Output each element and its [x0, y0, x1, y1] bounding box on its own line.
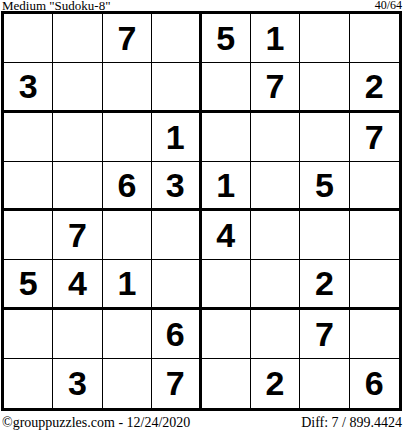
cell-r3c1[interactable]: [4, 113, 53, 162]
cell-r6c5[interactable]: [202, 260, 251, 309]
cell-r5c6[interactable]: [251, 211, 300, 260]
cell-r8c1[interactable]: [4, 359, 53, 408]
sudoku-page: Medium "Sudoku-8" 40/64 7513721763157454…: [0, 0, 403, 437]
cell-r2c6: 7: [251, 63, 300, 112]
cell-r1c1[interactable]: [4, 14, 53, 63]
cell-r1c8[interactable]: [350, 14, 399, 63]
cell-r2c4[interactable]: [152, 63, 201, 112]
cell-r7c2[interactable]: [53, 310, 102, 359]
sudoku-board: 751372176315745412673726: [1, 11, 402, 411]
cell-r6c7: 2: [300, 260, 349, 309]
cell-r8c8: 6: [350, 359, 399, 408]
cell-r5c1[interactable]: [4, 211, 53, 260]
cell-r3c7[interactable]: [300, 113, 349, 162]
cell-r2c7[interactable]: [300, 63, 349, 112]
cell-r3c2[interactable]: [53, 113, 102, 162]
cell-r6c1: 5: [4, 260, 53, 309]
cell-r3c4: 1: [152, 113, 201, 162]
cell-r1c6: 1: [251, 14, 300, 63]
cell-r2c8: 2: [350, 63, 399, 112]
cell-r7c8[interactable]: [350, 310, 399, 359]
cell-r7c6[interactable]: [251, 310, 300, 359]
cell-r3c5[interactable]: [202, 113, 251, 162]
cell-r4c6[interactable]: [251, 162, 300, 211]
cell-r7c5[interactable]: [202, 310, 251, 359]
cell-r1c5: 5: [202, 14, 251, 63]
cell-r4c8[interactable]: [350, 162, 399, 211]
cell-r1c4[interactable]: [152, 14, 201, 63]
cell-r6c2: 4: [53, 260, 102, 309]
cell-r6c4[interactable]: [152, 260, 201, 309]
cell-r5c4[interactable]: [152, 211, 201, 260]
cell-r6c8[interactable]: [350, 260, 399, 309]
cell-r1c2[interactable]: [53, 14, 102, 63]
cell-r8c5[interactable]: [202, 359, 251, 408]
cell-r2c3[interactable]: [103, 63, 152, 112]
cell-r3c3[interactable]: [103, 113, 152, 162]
copyright-text: ©grouppuzzles.com - 12/24/2020: [2, 415, 190, 431]
difficulty-text: Diff: 7 / 899.4424: [301, 415, 402, 431]
cell-r5c5: 4: [202, 211, 251, 260]
cell-r3c6[interactable]: [251, 113, 300, 162]
cell-r4c7: 5: [300, 162, 349, 211]
cell-r7c3[interactable]: [103, 310, 152, 359]
cell-r4c1[interactable]: [4, 162, 53, 211]
cell-r5c8[interactable]: [350, 211, 399, 260]
cell-r4c2[interactable]: [53, 162, 102, 211]
cell-r7c1[interactable]: [4, 310, 53, 359]
cell-r1c3: 7: [103, 14, 152, 63]
cell-r5c7[interactable]: [300, 211, 349, 260]
cell-r4c3: 6: [103, 162, 152, 211]
cell-r8c6: 2: [251, 359, 300, 408]
cell-r5c2: 7: [53, 211, 102, 260]
cell-r2c1: 3: [4, 63, 53, 112]
cell-r6c3: 1: [103, 260, 152, 309]
cell-r7c7: 7: [300, 310, 349, 359]
cell-r8c3[interactable]: [103, 359, 152, 408]
cell-r4c5: 1: [202, 162, 251, 211]
cell-r6c6[interactable]: [251, 260, 300, 309]
cell-r1c7[interactable]: [300, 14, 349, 63]
cell-r8c7[interactable]: [300, 359, 349, 408]
cell-r8c4: 7: [152, 359, 201, 408]
cell-r7c4: 6: [152, 310, 201, 359]
cell-r8c2: 3: [53, 359, 102, 408]
cell-r2c5[interactable]: [202, 63, 251, 112]
cell-r3c8: 7: [350, 113, 399, 162]
cell-r5c3[interactable]: [103, 211, 152, 260]
cell-r2c2[interactable]: [53, 63, 102, 112]
cell-r4c4: 3: [152, 162, 201, 211]
